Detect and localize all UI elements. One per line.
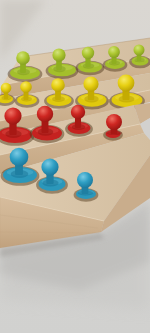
peg-knob: [20, 81, 32, 93]
peg-knob: [4, 107, 21, 124]
peg-knob: [106, 114, 122, 130]
peg-knob: [134, 45, 145, 56]
peg-knob: [82, 47, 94, 59]
peg-knob: [83, 76, 98, 91]
peg-knob: [118, 75, 135, 92]
photo-scene: [0, 0, 150, 333]
peg-knob: [10, 148, 29, 167]
peg-knob: [52, 48, 65, 61]
peg-knob: [41, 158, 58, 175]
peg-knob: [77, 172, 93, 188]
peg-knob: [16, 51, 30, 65]
peg-knob: [51, 78, 65, 92]
peg-knob: [1, 83, 12, 94]
peg-knob: [37, 106, 53, 122]
cylinder-blocks-photo: [0, 0, 150, 333]
peg-knob: [71, 105, 85, 119]
peg-knob: [108, 46, 120, 58]
